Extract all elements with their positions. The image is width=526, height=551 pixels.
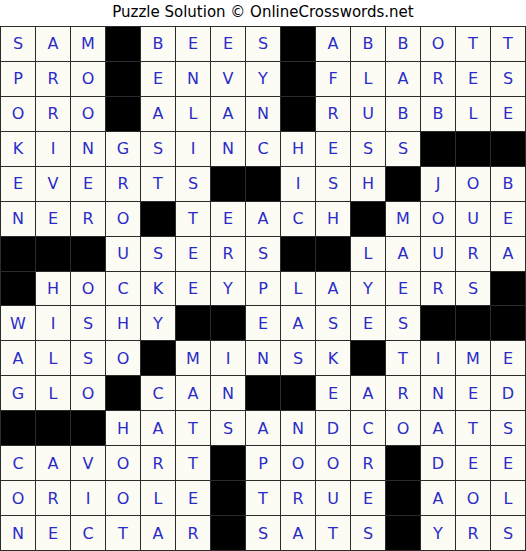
letter-cell-r13c1: C [1,446,35,480]
letter-cell-r14c14: O [456,481,490,515]
letter-cell-r2c6: N [176,62,210,96]
letter-cell-r8c8: P [246,272,280,306]
letter-cell-r14c10: U [316,481,350,515]
letter-cell-r3c14: L [456,97,490,131]
letter-cell-r1c13: O [421,27,455,61]
letter-cell-r6c6: T [176,202,210,236]
letter-cell-r14c5: L [141,481,175,515]
letter-cell-r1c15: T [491,27,525,61]
letter-cell-r11c7: N [211,376,245,410]
letter-cell-r15c4: T [106,516,140,550]
letter-cell-r8c6: E [176,272,210,306]
letter-cell-r8c10: A [316,272,350,306]
black-cell-r5c7 [211,167,245,201]
black-cell-r13c12 [386,446,420,480]
letter-cell-r12c4: H [106,411,140,445]
letter-cell-r12c8: A [246,411,280,445]
letter-cell-r14c15: L [491,481,525,515]
letter-cell-r7c11: L [351,237,385,271]
black-cell-r10c11 [351,341,385,375]
black-cell-r5c12 [386,167,420,201]
letter-cell-r3c6: L [176,97,210,131]
letter-cell-r13c3: V [71,446,105,480]
letter-cell-r6c3: R [71,202,105,236]
letter-cell-r11c15: D [491,376,525,410]
letter-cell-r8c4: C [106,272,140,306]
letter-cell-r4c9: H [281,132,315,166]
letter-cell-r2c11: L [351,62,385,96]
letter-cell-r6c4: O [106,202,140,236]
letter-cell-r9c8: E [246,306,280,340]
letter-cell-r8c14: S [456,272,490,306]
letter-cell-r13c11: R [351,446,385,480]
letter-cell-r11c6: A [176,376,210,410]
letter-cell-r2c10: F [316,62,350,96]
letter-cell-r1c11: B [351,27,385,61]
letter-cell-r9c10: S [316,306,350,340]
letter-cell-r14c11: E [351,481,385,515]
letter-cell-r14c9: R [281,481,315,515]
letter-cell-r2c13: R [421,62,455,96]
letter-cell-r6c12: M [386,202,420,236]
black-cell-r13c7 [211,446,245,480]
letter-cell-r15c13: Y [421,516,455,550]
black-cell-r14c12 [386,481,420,515]
letter-cell-r11c10: E [316,376,350,410]
black-cell-r8c1 [1,272,35,306]
black-cell-r2c4 [106,62,140,96]
letter-cell-r12c11: C [351,411,385,445]
letter-cell-r7c12: A [386,237,420,271]
letter-cell-r2c12: A [386,62,420,96]
black-cell-r9c13 [421,306,455,340]
letter-cell-r11c14: E [456,376,490,410]
letter-cell-r10c9: S [281,341,315,375]
letter-cell-r9c5: Y [141,306,175,340]
letter-cell-r8c11: Y [351,272,385,306]
letter-cell-r12c12: O [386,411,420,445]
letter-cell-r7c13: U [421,237,455,271]
letter-cell-r13c9: O [281,446,315,480]
letter-cell-r12c7: S [211,411,245,445]
letter-cell-r3c11: U [351,97,385,131]
letter-cell-r9c4: H [106,306,140,340]
letter-cell-r10c14: M [456,341,490,375]
letter-cell-r10c8: N [246,341,280,375]
letter-cell-r14c8: T [246,481,280,515]
letter-cell-r4c3: N [71,132,105,166]
letter-cell-r5c9: I [281,167,315,201]
black-cell-r15c12 [386,516,420,550]
letter-cell-r9c1: W [1,306,35,340]
letter-cell-r12c5: A [141,411,175,445]
letter-cell-r4c11: S [351,132,385,166]
letter-cell-r14c3: I [71,481,105,515]
letter-cell-r11c12: R [386,376,420,410]
letter-cell-r1c3: M [71,27,105,61]
letter-cell-r1c2: A [36,27,70,61]
letter-cell-r4c5: S [141,132,175,166]
letter-cell-r7c14: R [456,237,490,271]
letter-cell-r2c2: R [36,62,70,96]
letter-cell-r1c8: S [246,27,280,61]
page-title: Puzzle Solution © OnlineCrosswords.net [0,0,526,26]
letter-cell-r9c2: I [36,306,70,340]
letter-cell-r10c7: I [211,341,245,375]
letter-cell-r4c1: K [1,132,35,166]
letter-cell-r3c2: R [36,97,70,131]
black-cell-r9c14 [456,306,490,340]
black-cell-r10c5 [141,341,175,375]
letter-cell-r15c9: A [281,516,315,550]
letter-cell-r6c7: E [211,202,245,236]
letter-cell-r3c8: N [246,97,280,131]
black-cell-r11c8 [246,376,280,410]
letter-cell-r13c14: E [456,446,490,480]
letter-cell-r1c6: E [176,27,210,61]
letter-cell-r2c8: Y [246,62,280,96]
letter-cell-r13c2: A [36,446,70,480]
black-cell-r6c5 [141,202,175,236]
letter-cell-r6c2: E [36,202,70,236]
letter-cell-r2c14: E [456,62,490,96]
letter-cell-r13c5: R [141,446,175,480]
black-cell-r7c2 [36,237,70,271]
letter-cell-r10c15: E [491,341,525,375]
black-cell-r9c15 [491,306,525,340]
letter-cell-r5c14: O [456,167,490,201]
letter-cell-r12c14: T [456,411,490,445]
letter-cell-r15c11: S [351,516,385,550]
letter-cell-r8c13: R [421,272,455,306]
black-cell-r4c13 [421,132,455,166]
letter-cell-r14c13: A [421,481,455,515]
letter-cell-r10c1: A [1,341,35,375]
black-cell-r4c14 [456,132,490,166]
letter-cell-r5c15: B [491,167,525,201]
letter-cell-r5c1: E [1,167,35,201]
letter-cell-r4c4: G [106,132,140,166]
letter-cell-r8c3: O [71,272,105,306]
black-cell-r7c9 [281,237,315,271]
letter-cell-r6c14: U [456,202,490,236]
letter-cell-r12c15: S [491,411,525,445]
letter-cell-r14c4: O [106,481,140,515]
black-cell-r9c6 [176,306,210,340]
letter-cell-r12c6: T [176,411,210,445]
letter-cell-r14c2: R [36,481,70,515]
letter-cell-r13c4: O [106,446,140,480]
black-cell-r7c3 [71,237,105,271]
letter-cell-r15c15: S [491,516,525,550]
letter-cell-r4c2: I [36,132,70,166]
letter-cell-r3c15: E [491,97,525,131]
black-cell-r11c9 [281,376,315,410]
black-cell-r3c9 [281,97,315,131]
letter-cell-r3c10: R [316,97,350,131]
letter-cell-r2c5: E [141,62,175,96]
letter-cell-r2c15: S [491,62,525,96]
letter-cell-r3c12: B [386,97,420,131]
letter-cell-r11c5: C [141,376,175,410]
letter-cell-r7c15: A [491,237,525,271]
letter-cell-r11c2: L [36,376,70,410]
letter-cell-r7c5: S [141,237,175,271]
letter-cell-r2c1: P [1,62,35,96]
letter-cell-r2c7: V [211,62,245,96]
letter-cell-r15c6: R [176,516,210,550]
black-cell-r4c15 [491,132,525,166]
letter-cell-r5c2: V [36,167,70,201]
letter-cell-r10c3: S [71,341,105,375]
letter-cell-r3c1: O [1,97,35,131]
black-cell-r11c4 [106,376,140,410]
black-cell-r9c7 [211,306,245,340]
letter-cell-r7c6: E [176,237,210,271]
letter-cell-r9c12: S [386,306,420,340]
letter-cell-r9c11: E [351,306,385,340]
letter-cell-r15c5: A [141,516,175,550]
letter-cell-r1c14: T [456,27,490,61]
letter-cell-r10c13: I [421,341,455,375]
letter-cell-r12c13: A [421,411,455,445]
black-cell-r8c15 [491,272,525,306]
letter-cell-r10c12: T [386,341,420,375]
letter-cell-r6c13: O [421,202,455,236]
letter-cell-r13c10: O [316,446,350,480]
black-cell-r5c8 [246,167,280,201]
letter-cell-r8c2: H [36,272,70,306]
letter-cell-r11c3: O [71,376,105,410]
black-cell-r12c3 [71,411,105,445]
letter-cell-r6c10: H [316,202,350,236]
letter-cell-r15c10: T [316,516,350,550]
letter-cell-r3c3: O [71,97,105,131]
letter-cell-r10c6: M [176,341,210,375]
letter-cell-r3c5: A [141,97,175,131]
letter-cell-r3c13: B [421,97,455,131]
letter-cell-r4c12: S [386,132,420,166]
letter-cell-r1c10: A [316,27,350,61]
letter-cell-r7c7: R [211,237,245,271]
letter-cell-r12c10: D [316,411,350,445]
letter-cell-r5c10: S [316,167,350,201]
letter-cell-r13c6: T [176,446,210,480]
black-cell-r1c4 [106,27,140,61]
black-cell-r6c11 [351,202,385,236]
letter-cell-r9c3: S [71,306,105,340]
letter-cell-r6c15: E [491,202,525,236]
letter-cell-r5c3: E [71,167,105,201]
letter-cell-r15c2: E [36,516,70,550]
black-cell-r7c1 [1,237,35,271]
letter-cell-r11c13: N [421,376,455,410]
black-cell-r14c7 [211,481,245,515]
letter-cell-r7c4: U [106,237,140,271]
letter-cell-r5c11: H [351,167,385,201]
black-cell-r7c10 [316,237,350,271]
letter-cell-r8c9: L [281,272,315,306]
letter-cell-r4c6: I [176,132,210,166]
letter-cell-r10c2: L [36,341,70,375]
letter-cell-r8c5: K [141,272,175,306]
letter-cell-r7c8: S [246,237,280,271]
letter-cell-r4c10: E [316,132,350,166]
letter-cell-r5c5: T [141,167,175,201]
black-cell-r2c9 [281,62,315,96]
black-cell-r12c1 [1,411,35,445]
letter-cell-r14c6: E [176,481,210,515]
letter-cell-r1c7: E [211,27,245,61]
black-cell-r3c4 [106,97,140,131]
letter-cell-r4c8: C [246,132,280,166]
letter-cell-r2c3: O [71,62,105,96]
black-cell-r15c7 [211,516,245,550]
letter-cell-r15c1: N [1,516,35,550]
letter-cell-r6c1: N [1,202,35,236]
letter-cell-r5c6: S [176,167,210,201]
letter-cell-r13c13: D [421,446,455,480]
letter-cell-r8c12: E [386,272,420,306]
letter-cell-r1c5: B [141,27,175,61]
letter-cell-r1c1: S [1,27,35,61]
letter-cell-r3c7: A [211,97,245,131]
letter-cell-r9c9: A [281,306,315,340]
letter-cell-r11c1: G [1,376,35,410]
letter-cell-r1c12: B [386,27,420,61]
crossword-grid: SAMBEESABBOTTPROENVYFLARESOROALANRUBBLEK… [0,26,526,551]
letter-cell-r6c8: A [246,202,280,236]
letter-cell-r12c9: N [281,411,315,445]
puzzle-solution-page: Puzzle Solution © OnlineCrosswords.net S… [0,0,526,551]
letter-cell-r15c14: R [456,516,490,550]
letter-cell-r13c15: E [491,446,525,480]
letter-cell-r10c10: K [316,341,350,375]
letter-cell-r15c8: S [246,516,280,550]
letter-cell-r5c13: J [421,167,455,201]
letter-cell-r14c1: O [1,481,35,515]
letter-cell-r13c8: P [246,446,280,480]
letter-cell-r11c11: A [351,376,385,410]
letter-cell-r4c7: N [211,132,245,166]
letter-cell-r5c4: R [106,167,140,201]
letter-cell-r6c9: C [281,202,315,236]
letter-cell-r8c7: Y [211,272,245,306]
black-cell-r12c2 [36,411,70,445]
black-cell-r1c9 [281,27,315,61]
letter-cell-r15c3: C [71,516,105,550]
letter-cell-r10c4: O [106,341,140,375]
